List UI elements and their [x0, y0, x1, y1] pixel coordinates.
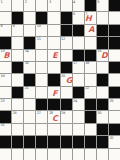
white-cell-r8c6[interactable]: [61, 87, 72, 98]
white-cell-r2c8[interactable]: 7H: [85, 12, 96, 23]
white-cell-r13c8[interactable]: [85, 149, 96, 160]
white-cell-r2c9[interactable]: [97, 12, 108, 23]
white-cell-r13c2[interactable]: [12, 149, 23, 160]
white-cell-r11c8[interactable]: [85, 124, 96, 135]
black-cell-r11c10: [109, 124, 120, 135]
black-cell-r3c10: [109, 25, 120, 36]
white-cell-r6c7[interactable]: 17: [73, 62, 84, 73]
white-cell-r7c7[interactable]: [73, 74, 84, 85]
white-cell-r8c3[interactable]: 21: [24, 87, 35, 98]
white-cell-r5c9[interactable]: 15D: [97, 50, 108, 61]
black-cell-r9c5: [48, 99, 59, 110]
white-cell-r5c3[interactable]: 14: [24, 50, 35, 61]
black-cell-r9c6: [61, 99, 72, 110]
white-cell-r11c6[interactable]: [61, 124, 72, 135]
black-cell-r9c9: [97, 99, 108, 110]
white-cell-r6c8[interactable]: 18: [85, 62, 96, 73]
white-cell-r9c3[interactable]: [24, 99, 35, 110]
white-cell-r5c4[interactable]: [36, 50, 47, 61]
clue-number: 7: [85, 12, 87, 16]
white-cell-r8c5[interactable]: F: [48, 87, 59, 98]
clue-number: 10: [37, 24, 41, 28]
white-cell-r11c2[interactable]: [12, 124, 23, 135]
clue-number: 17: [73, 61, 77, 65]
white-cell-r2c10[interactable]: [109, 12, 120, 23]
clue-number: 8: [1, 24, 3, 28]
white-cell-r4c7[interactable]: [73, 37, 84, 48]
black-cell-r12c9: [97, 136, 108, 147]
white-cell-r5c6[interactable]: [61, 50, 72, 61]
white-cell-r11c3[interactable]: [24, 124, 35, 135]
white-cell-r8c4[interactable]: [36, 87, 47, 98]
white-cell-r5c10[interactable]: [109, 50, 120, 61]
white-cell-r1c1[interactable]: 1: [0, 0, 11, 11]
clue-number: 30: [97, 111, 101, 115]
black-cell-r3c9: [97, 25, 108, 36]
clue-number: 22: [85, 86, 89, 90]
clue-number: 12: [61, 37, 65, 41]
black-cell-r7c9: [97, 74, 108, 85]
black-cell-r5c8: [85, 50, 96, 61]
clue-number: 9: [13, 24, 15, 28]
black-cell-r2c6: [61, 12, 72, 23]
clue-number: 32: [109, 136, 113, 140]
black-cell-r3c7: [73, 25, 84, 36]
black-cell-r5c7: [73, 50, 84, 61]
black-cell-r4c10: [109, 37, 120, 48]
black-cell-r6c10: [109, 62, 120, 73]
white-cell-r10c3[interactable]: [24, 111, 35, 122]
clue-number: 26: [13, 111, 17, 115]
black-cell-r7c5: [48, 74, 59, 85]
black-cell-r2c4: [36, 12, 47, 23]
pencil-letter-A: A: [86, 24, 97, 35]
clue-number: 16: [25, 61, 29, 65]
white-cell-r3c2[interactable]: 9: [12, 25, 23, 36]
white-cell-r1c9[interactable]: 5: [97, 0, 108, 11]
white-cell-r10c10[interactable]: [109, 111, 120, 122]
clue-number: 27: [37, 111, 41, 115]
clue-number: 2: [25, 0, 27, 4]
black-cell-r8c10: [109, 87, 120, 98]
white-cell-r13c4[interactable]: [36, 149, 47, 160]
clue-number: 11: [37, 37, 41, 41]
black-cell-r12c1: [0, 136, 11, 147]
crossword-grid: 1234567H8910A111213B14E15D1617181920G21F…: [0, 0, 120, 160]
black-cell-r6c2: [12, 62, 23, 73]
clue-number: 19: [1, 74, 5, 78]
white-cell-r7c6[interactable]: 20G: [61, 74, 72, 85]
white-cell-r8c1[interactable]: [0, 87, 11, 98]
white-cell-r4c2[interactable]: [12, 37, 23, 48]
white-cell-r6c4[interactable]: [36, 62, 47, 73]
white-cell-r10c4[interactable]: 27: [36, 111, 47, 122]
black-cell-r10c1: [0, 111, 11, 122]
white-cell-r8c8[interactable]: 22: [85, 87, 96, 98]
black-cell-r12c7: [73, 136, 84, 147]
black-cell-r4c1: [0, 37, 11, 48]
clue-number: 24: [73, 99, 77, 103]
white-cell-r12c10[interactable]: 32: [109, 136, 120, 147]
white-cell-r7c10[interactable]: [109, 74, 120, 85]
white-cell-r1c6[interactable]: [61, 0, 72, 11]
white-cell-r9c10[interactable]: 25: [109, 99, 120, 110]
white-cell-r13c5[interactable]: [48, 149, 59, 160]
white-cell-r4c8[interactable]: [85, 37, 96, 48]
white-cell-r13c7[interactable]: [73, 149, 84, 160]
black-cell-r1c10: [109, 0, 120, 11]
white-cell-r13c10[interactable]: [109, 149, 120, 160]
clue-number: 13: [1, 49, 5, 53]
black-cell-r2c2: [12, 12, 23, 23]
white-cell-r6c9[interactable]: [97, 62, 108, 73]
clue-number: 14: [25, 49, 29, 53]
black-cell-r8c2: [12, 87, 23, 98]
clue-number: 18: [85, 61, 89, 65]
white-cell-r13c1[interactable]: [0, 149, 11, 160]
white-cell-r13c9[interactable]: [97, 149, 108, 160]
clue-number: 4: [73, 0, 75, 4]
white-cell-r6c5[interactable]: [48, 62, 59, 73]
black-cell-r4c9: [97, 37, 108, 48]
clue-number: 1: [1, 0, 3, 4]
white-cell-r2c3[interactable]: [24, 12, 35, 23]
white-cell-r3c3[interactable]: [24, 25, 35, 36]
black-cell-r12c2: [12, 136, 23, 147]
white-cell-r1c5[interactable]: 3: [48, 0, 59, 11]
white-cell-r8c9[interactable]: [97, 87, 108, 98]
white-cell-r11c4[interactable]: [36, 124, 47, 135]
black-cell-r11c9: [97, 124, 108, 135]
clue-number: 25: [109, 99, 113, 103]
white-cell-r3c1[interactable]: 8: [0, 25, 11, 36]
white-cell-r10c2[interactable]: 26: [12, 111, 23, 122]
white-cell-r9c1[interactable]: 23: [0, 99, 11, 110]
white-cell-r5c1[interactable]: 13B: [0, 50, 11, 61]
clue-number: 21: [25, 86, 29, 90]
clue-number: 23: [1, 99, 5, 103]
clue-number: 20: [61, 74, 65, 78]
white-cell-r4c4[interactable]: 11: [36, 37, 47, 48]
clue-number: 5: [97, 0, 99, 4]
white-cell-r10c6[interactable]: 29: [61, 111, 72, 122]
clue-number: 28: [49, 111, 53, 115]
white-cell-r11c1[interactable]: 31: [0, 124, 11, 135]
white-cell-r3c5[interactable]: [48, 25, 59, 36]
white-cell-r11c5[interactable]: [48, 124, 59, 135]
white-cell-r7c4[interactable]: [36, 74, 47, 85]
black-cell-r8c7: [73, 87, 84, 98]
white-cell-r7c1[interactable]: 19: [0, 74, 11, 85]
white-cell-r1c3[interactable]: 2: [24, 0, 35, 11]
clue-number: 3: [49, 0, 51, 4]
white-cell-r10c5[interactable]: 28C: [48, 111, 59, 122]
black-cell-r4c3: [24, 37, 35, 48]
black-cell-r3c6: [61, 25, 72, 36]
white-cell-r3c4[interactable]: 10: [36, 25, 47, 36]
white-cell-r2c7[interactable]: 6: [73, 12, 84, 23]
white-cell-r1c4[interactable]: [36, 0, 47, 11]
clue-number: 6: [73, 12, 75, 16]
white-cell-r5c2[interactable]: [12, 50, 23, 61]
white-cell-r2c1[interactable]: [0, 12, 11, 23]
white-cell-r13c3[interactable]: [24, 149, 35, 160]
clue-number: 31: [1, 123, 5, 127]
black-cell-r9c8: [85, 99, 96, 110]
pencil-letter-F: F: [49, 88, 60, 99]
white-cell-r1c7[interactable]: 4: [73, 0, 84, 11]
white-cell-r13c6[interactable]: [61, 149, 72, 160]
black-cell-r12c4: [36, 136, 47, 147]
white-cell-r6c3[interactable]: 16: [24, 62, 35, 73]
black-cell-r6c6: [61, 62, 72, 73]
white-cell-r9c2[interactable]: [12, 99, 23, 110]
white-cell-r10c9[interactable]: 30: [97, 111, 108, 122]
clue-number: 15: [97, 49, 101, 53]
black-cell-r1c8: [85, 0, 96, 11]
black-cell-r12c6: [61, 136, 72, 147]
white-cell-r7c2[interactable]: [12, 74, 23, 85]
black-cell-r12c8: [85, 136, 96, 147]
white-cell-r11c7[interactable]: [73, 124, 84, 135]
white-cell-r1c2[interactable]: [12, 0, 23, 11]
black-cell-r7c3: [24, 74, 35, 85]
black-cell-r12c3: [24, 136, 35, 147]
white-cell-r7c8[interactable]: [85, 74, 96, 85]
white-cell-r5c5[interactable]: E: [48, 50, 59, 61]
pencil-letter-E: E: [49, 50, 60, 61]
black-cell-r12c5: [48, 136, 59, 147]
black-cell-r9c4: [36, 99, 47, 110]
white-cell-r6c1[interactable]: [0, 62, 11, 73]
white-cell-r4c5[interactable]: [48, 37, 59, 48]
white-cell-r3c8[interactable]: A: [85, 25, 96, 36]
clue-number: 29: [61, 111, 65, 115]
white-cell-r9c7[interactable]: 24: [73, 99, 84, 110]
white-cell-r4c6[interactable]: 12: [61, 37, 72, 48]
white-cell-r2c5[interactable]: [48, 12, 59, 23]
white-cell-r10c7[interactable]: [73, 111, 84, 122]
black-cell-r10c8: [85, 111, 96, 122]
